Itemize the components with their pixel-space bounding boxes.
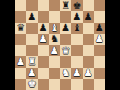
square-a3[interactable]: ♟: [15, 56, 26, 67]
square-g7[interactable]: ♟: [83, 11, 94, 22]
square-f2[interactable]: ♟: [71, 68, 82, 79]
black-queen: ♛: [16, 23, 25, 33]
square-d4[interactable]: ♟: [49, 45, 60, 56]
black-pawn: ♟: [61, 23, 70, 33]
video-frame: ♜♚♟♟♟♛♟♝♟♝♟♟♞♟♟♛♟♜♟♞♟♟♚: [0, 0, 120, 90]
black-rook: ♜: [61, 1, 70, 11]
square-h5[interactable]: ♟: [94, 34, 105, 45]
square-d7[interactable]: [49, 11, 60, 22]
black-bishop: ♝: [72, 23, 81, 33]
square-c8[interactable]: [38, 0, 49, 11]
square-d5[interactable]: ♞: [49, 34, 60, 45]
square-d2[interactable]: [49, 68, 60, 79]
white-pawn: ♟: [39, 34, 48, 44]
square-d3[interactable]: [49, 56, 60, 67]
square-e3[interactable]: [60, 56, 71, 67]
square-b7[interactable]: ♟: [26, 11, 37, 22]
black-king: ♚: [72, 1, 81, 11]
letterbox-left: [0, 0, 15, 90]
square-c5[interactable]: ♟: [38, 34, 49, 45]
square-b2[interactable]: ♟: [26, 68, 37, 79]
square-a5[interactable]: [15, 34, 26, 45]
square-g2[interactable]: ♟: [83, 68, 94, 79]
square-b5[interactable]: [26, 34, 37, 45]
square-e2[interactable]: ♞: [60, 68, 71, 79]
square-h7[interactable]: [94, 11, 105, 22]
square-f4[interactable]: [71, 45, 82, 56]
square-f3[interactable]: [71, 56, 82, 67]
square-e1[interactable]: [60, 79, 71, 90]
square-e7[interactable]: [60, 11, 71, 22]
square-g5[interactable]: [83, 34, 94, 45]
chess-board: ♜♚♟♟♟♛♟♝♟♝♟♟♞♟♟♛♟♜♟♞♟♟♚: [15, 0, 105, 90]
square-h2[interactable]: [94, 68, 105, 79]
square-g8[interactable]: [83, 0, 94, 11]
square-b6[interactable]: [26, 23, 37, 34]
square-c2[interactable]: [38, 68, 49, 79]
square-h1[interactable]: [94, 79, 105, 90]
white-king: ♚: [27, 79, 36, 89]
square-f7[interactable]: ♟: [71, 11, 82, 22]
square-f1[interactable]: [71, 79, 82, 90]
square-b3[interactable]: ♜: [26, 56, 37, 67]
white-pawn: ♟: [95, 34, 104, 44]
square-a7[interactable]: [15, 11, 26, 22]
square-h6[interactable]: ♟: [94, 23, 105, 34]
square-a6[interactable]: ♛: [15, 23, 26, 34]
square-d6[interactable]: ♝: [49, 23, 60, 34]
square-c1[interactable]: [38, 79, 49, 90]
square-g6[interactable]: [83, 23, 94, 34]
square-e4[interactable]: ♛: [60, 45, 71, 56]
square-c3[interactable]: [38, 56, 49, 67]
black-pawn: ♟: [84, 12, 93, 22]
black-pawn: ♟: [27, 12, 36, 22]
square-g4[interactable]: [83, 45, 94, 56]
white-pawn: ♟: [50, 46, 59, 56]
white-bishop: ♝: [50, 23, 59, 33]
square-a2[interactable]: [15, 68, 26, 79]
square-e5[interactable]: [60, 34, 71, 45]
square-h4[interactable]: [94, 45, 105, 56]
white-pawn: ♟: [72, 68, 81, 78]
square-a1[interactable]: [15, 79, 26, 90]
square-a4[interactable]: [15, 45, 26, 56]
white-knight: ♞: [61, 68, 70, 78]
square-g3[interactable]: [83, 56, 94, 67]
white-queen: ♛: [61, 46, 70, 56]
black-pawn: ♟: [39, 23, 48, 33]
square-d8[interactable]: [49, 0, 60, 11]
black-knight: ♞: [50, 34, 59, 44]
square-h8[interactable]: [94, 0, 105, 11]
white-pawn: ♟: [16, 57, 25, 67]
square-e6[interactable]: ♟: [60, 23, 71, 34]
square-f5[interactable]: [71, 34, 82, 45]
square-d1[interactable]: [49, 79, 60, 90]
square-b4[interactable]: [26, 45, 37, 56]
white-pawn: ♟: [27, 68, 36, 78]
white-rook: ♜: [27, 57, 36, 67]
square-c6[interactable]: ♟: [38, 23, 49, 34]
square-c4[interactable]: [38, 45, 49, 56]
square-f8[interactable]: ♚: [71, 0, 82, 11]
square-b8[interactable]: [26, 0, 37, 11]
square-h3[interactable]: [94, 56, 105, 67]
square-a8[interactable]: [15, 0, 26, 11]
square-f6[interactable]: ♝: [71, 23, 82, 34]
square-g1[interactable]: [83, 79, 94, 90]
letterbox-right: [105, 0, 120, 90]
black-pawn: ♟: [95, 23, 104, 33]
white-pawn: ♟: [84, 68, 93, 78]
square-e8[interactable]: ♜: [60, 0, 71, 11]
square-c7[interactable]: [38, 11, 49, 22]
square-b1[interactable]: ♚: [26, 79, 37, 90]
black-pawn: ♟: [72, 12, 81, 22]
